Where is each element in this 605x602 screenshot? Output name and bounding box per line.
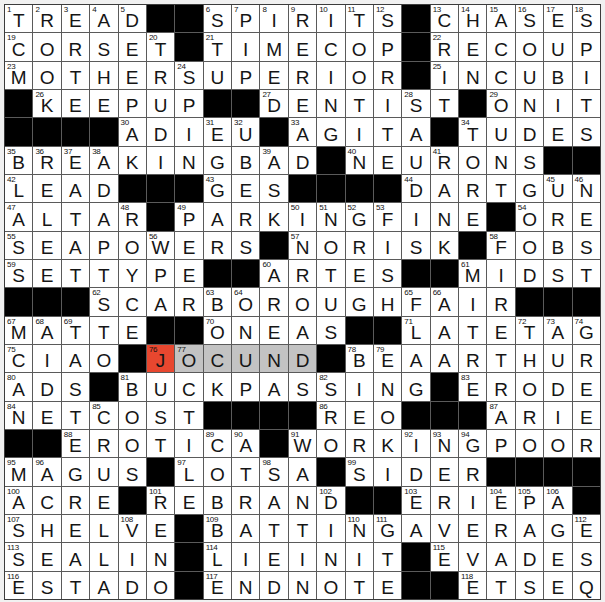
cell-r16c3[interactable]: 88E [62, 430, 89, 457]
cell-r8c7[interactable]: 49P [175, 203, 202, 230]
cell-r20c10[interactable]: E [260, 543, 287, 570]
cell-r2c17[interactable]: E [459, 33, 486, 60]
cell-r5c12[interactable]: G [317, 118, 344, 145]
cell-r14c8[interactable]: K [204, 373, 231, 400]
cell-r19c13[interactable]: 110N [346, 515, 373, 542]
cell-r6c11[interactable]: D [289, 147, 316, 174]
cell-r4c4[interactable]: E [90, 90, 117, 117]
cell-r7c20[interactable]: 45U [544, 175, 571, 202]
cell-r10c10[interactable]: 60A [260, 260, 287, 287]
cell-r6c10[interactable]: 39A [260, 147, 287, 174]
cell-r10c20[interactable]: S [544, 260, 571, 287]
cell-r11c11[interactable]: O [289, 288, 316, 315]
cell-r21c9[interactable]: N [232, 572, 259, 599]
cell-r20c17[interactable]: V [459, 543, 486, 570]
cell-r6c5[interactable]: K [119, 147, 146, 174]
cell-r17c4[interactable]: U [90, 458, 117, 485]
cell-r20c21[interactable]: S [573, 543, 600, 570]
cell-r19c17[interactable]: E [459, 515, 486, 542]
cell-r4c5[interactable]: P [119, 90, 146, 117]
cell-r11c8[interactable]: 63B [204, 288, 231, 315]
cell-r19c9[interactable]: A [232, 515, 259, 542]
cell-r7c3[interactable]: A [62, 175, 89, 202]
cell-r19c6[interactable]: E [147, 515, 174, 542]
cell-r13c16[interactable]: A [431, 345, 458, 372]
cell-r8c14[interactable]: 53F [374, 203, 401, 230]
cell-r13c2[interactable]: I [33, 345, 60, 372]
cell-r20c14[interactable]: T [374, 543, 401, 570]
cell-r2c16[interactable]: 22R [431, 33, 458, 60]
cell-r20c18[interactable]: A [487, 543, 514, 570]
cell-r7c17[interactable]: R [459, 175, 486, 202]
cell-r19c19[interactable]: A [516, 515, 543, 542]
cell-r11c15[interactable]: 65F [402, 288, 429, 315]
cell-r3c16[interactable]: 25I [431, 62, 458, 89]
cell-r1c19[interactable]: 16S [516, 5, 543, 32]
cell-r12c10[interactable]: E [260, 317, 287, 344]
cell-r8c5[interactable]: 48R [119, 203, 146, 230]
cell-r9c12[interactable]: O [317, 232, 344, 259]
cell-r3c5[interactable]: E [119, 62, 146, 89]
cell-r8c15[interactable]: I [402, 203, 429, 230]
cell-r14c20[interactable]: D [544, 373, 571, 400]
cell-r1c2[interactable]: 2R [33, 5, 60, 32]
cell-r17c17[interactable]: R [459, 458, 486, 485]
cell-r4c10[interactable]: 27D [260, 90, 287, 117]
cell-r20c11[interactable]: I [289, 543, 316, 570]
cell-r7c18[interactable]: T [487, 175, 514, 202]
cell-r18c2[interactable]: C [33, 487, 60, 514]
cell-r3c14[interactable]: R [374, 62, 401, 89]
cell-r10c12[interactable]: T [317, 260, 344, 287]
cell-r1c17[interactable]: 14H [459, 5, 486, 32]
cell-r19c18[interactable]: R [487, 515, 514, 542]
cell-r15c19[interactable]: R [516, 402, 543, 429]
cell-r8c3[interactable]: T [62, 203, 89, 230]
cell-r18c4[interactable]: E [90, 487, 117, 514]
cell-r20c20[interactable]: E [544, 543, 571, 570]
cell-r16c14[interactable]: K [374, 430, 401, 457]
cell-r11c17[interactable]: I [459, 288, 486, 315]
cell-r6c14[interactable]: E [374, 147, 401, 174]
cell-r11c6[interactable]: A [147, 288, 174, 315]
cell-r15c2[interactable]: E [33, 402, 60, 429]
cell-r6c6[interactable]: I [147, 147, 174, 174]
cell-r12c12[interactable]: S [317, 317, 344, 344]
cell-r19c12[interactable]: I [317, 515, 344, 542]
cell-r13c14[interactable]: 79E [374, 345, 401, 372]
cell-r1c5[interactable]: 5D [119, 5, 146, 32]
cell-r13c9[interactable]: U [232, 345, 259, 372]
cell-r5c20[interactable]: E [544, 118, 571, 145]
cell-r10c5[interactable]: Y [119, 260, 146, 287]
cell-r1c11[interactable]: 9R [289, 5, 316, 32]
cell-r11c12[interactable]: U [317, 288, 344, 315]
cell-r11c18[interactable]: R [487, 288, 514, 315]
cell-r15c21[interactable]: E [573, 402, 600, 429]
cell-r9c18[interactable]: 58F [487, 232, 514, 259]
cell-r20c5[interactable]: I [119, 543, 146, 570]
cell-r10c2[interactable]: E [33, 260, 60, 287]
cell-r2c4[interactable]: S [90, 33, 117, 60]
cell-r17c11[interactable]: A [289, 458, 316, 485]
cell-r1c16[interactable]: 13C [431, 5, 458, 32]
cell-r15c6[interactable]: S [147, 402, 174, 429]
cell-r5c17[interactable]: 34T [459, 118, 486, 145]
cell-r14c6[interactable]: U [147, 373, 174, 400]
cell-r17c5[interactable]: S [119, 458, 146, 485]
cell-r14c9[interactable]: P [232, 373, 259, 400]
cell-r18c19[interactable]: 105P [516, 487, 543, 514]
cell-r20c1[interactable]: 113S [5, 543, 32, 570]
cell-r21c1[interactable]: 116E [5, 572, 32, 599]
cell-r13c6[interactable]: 76J [147, 345, 174, 372]
cell-r18c7[interactable]: E [175, 487, 202, 514]
cell-r8c11[interactable]: 50I [289, 203, 316, 230]
cell-r7c15[interactable]: 44D [402, 175, 429, 202]
cell-r21c10[interactable]: D [260, 572, 287, 599]
cell-r12c11[interactable]: A [289, 317, 316, 344]
cell-r15c7[interactable]: T [175, 402, 202, 429]
cell-r15c1[interactable]: 84N [5, 402, 32, 429]
cell-r1c13[interactable]: 11T [346, 5, 373, 32]
cell-r11c14[interactable]: H [374, 288, 401, 315]
cell-r20c2[interactable]: E [33, 543, 60, 570]
cell-r14c7[interactable]: C [175, 373, 202, 400]
cell-r2c3[interactable]: R [62, 33, 89, 60]
cell-r21c3[interactable]: T [62, 572, 89, 599]
cell-r18c8[interactable]: B [204, 487, 231, 514]
cell-r8c21[interactable]: E [573, 203, 600, 230]
cell-r19c8[interactable]: 109B [204, 515, 231, 542]
cell-r13c10[interactable]: N [260, 345, 287, 372]
cell-r15c14[interactable]: O [374, 402, 401, 429]
cell-r13c20[interactable]: U [544, 345, 571, 372]
cell-r4c11[interactable]: E [289, 90, 316, 117]
cell-r7c8[interactable]: 43G [204, 175, 231, 202]
cell-r2c8[interactable]: 21T [204, 33, 231, 60]
cell-r6c3[interactable]: 37E [62, 147, 89, 174]
cell-r5c18[interactable]: U [487, 118, 514, 145]
cell-r14c18[interactable]: R [487, 373, 514, 400]
cell-r3c18[interactable]: C [487, 62, 514, 89]
cell-r15c13[interactable]: E [346, 402, 373, 429]
cell-r7c21[interactable]: 46N [573, 175, 600, 202]
cell-r17c7[interactable]: 97L [175, 458, 202, 485]
cell-r2c6[interactable]: 20T [147, 33, 174, 60]
cell-r11c5[interactable]: C [119, 288, 146, 315]
cell-r8c4[interactable]: A [90, 203, 117, 230]
cell-r8c20[interactable]: R [544, 203, 571, 230]
cell-r9c7[interactable]: E [175, 232, 202, 259]
cell-r16c5[interactable]: O [119, 430, 146, 457]
cell-r9c4[interactable]: P [90, 232, 117, 259]
cell-r14c17[interactable]: 83E [459, 373, 486, 400]
cell-r4c15[interactable]: 28S [402, 90, 429, 117]
cell-r6c16[interactable]: 41R [431, 147, 458, 174]
cell-r4c14[interactable]: I [374, 90, 401, 117]
cell-r1c9[interactable]: 7P [232, 5, 259, 32]
cell-r2c5[interactable]: E [119, 33, 146, 60]
cell-r17c10[interactable]: 98S [260, 458, 287, 485]
cell-r12c2[interactable]: 68A [33, 317, 60, 344]
cell-r7c2[interactable]: E [33, 175, 60, 202]
cell-r8c10[interactable]: K [260, 203, 287, 230]
cell-r4c18[interactable]: 29O [487, 90, 514, 117]
cell-r1c8[interactable]: 6S [204, 5, 231, 32]
cell-r16c7[interactable]: I [175, 430, 202, 457]
cell-r4c20[interactable]: I [544, 90, 571, 117]
cell-r17c16[interactable]: E [431, 458, 458, 485]
cell-r20c13[interactable]: I [346, 543, 373, 570]
cell-r16c11[interactable]: 91W [289, 430, 316, 457]
cell-r16c8[interactable]: 89C [204, 430, 231, 457]
cell-r14c12[interactable]: 82S [317, 373, 344, 400]
cell-r14c10[interactable]: A [260, 373, 287, 400]
cell-r21c11[interactable]: N [289, 572, 316, 599]
cell-r4c12[interactable]: N [317, 90, 344, 117]
cell-r11c7[interactable]: R [175, 288, 202, 315]
cell-r6c17[interactable]: O [459, 147, 486, 174]
cell-r6c4[interactable]: 38A [90, 147, 117, 174]
cell-r3c2[interactable]: O [33, 62, 60, 89]
cell-r14c5[interactable]: 81B [119, 373, 146, 400]
cell-r13c11[interactable]: D [289, 345, 316, 372]
cell-r3c13[interactable]: O [346, 62, 373, 89]
cell-r12c18[interactable]: E [487, 317, 514, 344]
cell-r4c19[interactable]: N [516, 90, 543, 117]
cell-r6c15[interactable]: U [402, 147, 429, 174]
cell-r15c4[interactable]: 85C [90, 402, 117, 429]
cell-r13c17[interactable]: R [459, 345, 486, 372]
cell-r10c7[interactable]: E [175, 260, 202, 287]
cell-r9c9[interactable]: S [232, 232, 259, 259]
cell-r9c11[interactable]: 57N [289, 232, 316, 259]
cell-r17c1[interactable]: 95M [5, 458, 32, 485]
cell-r15c5[interactable]: O [119, 402, 146, 429]
cell-r19c3[interactable]: E [62, 515, 89, 542]
cell-r13c8[interactable]: C [204, 345, 231, 372]
cell-r19c21[interactable]: 112E [573, 515, 600, 542]
cell-r4c3[interactable]: E [62, 90, 89, 117]
cell-r19c14[interactable]: 111G [374, 515, 401, 542]
cell-r9c8[interactable]: R [204, 232, 231, 259]
cell-r2c9[interactable]: I [232, 33, 259, 60]
cell-r17c8[interactable]: O [204, 458, 231, 485]
cell-r13c18[interactable]: T [487, 345, 514, 372]
cell-r4c7[interactable]: P [175, 90, 202, 117]
cell-r3c21[interactable]: I [573, 62, 600, 89]
cell-r14c14[interactable]: N [374, 373, 401, 400]
cell-r1c12[interactable]: 10I [317, 5, 344, 32]
cell-r21c21[interactable]: Q [573, 572, 600, 599]
cell-r12c20[interactable]: 73A [544, 317, 571, 344]
cell-r6c9[interactable]: B [232, 147, 259, 174]
cell-r10c14[interactable]: S [374, 260, 401, 287]
cell-r8c1[interactable]: 47A [5, 203, 32, 230]
cell-r4c2[interactable]: 26K [33, 90, 60, 117]
cell-r14c21[interactable]: E [573, 373, 600, 400]
cell-r3c8[interactable]: U [204, 62, 231, 89]
cell-r2c19[interactable]: O [516, 33, 543, 60]
cell-r16c4[interactable]: R [90, 430, 117, 457]
cell-r19c10[interactable]: T [260, 515, 287, 542]
cell-r5c11[interactable]: 33A [289, 118, 316, 145]
cell-r20c8[interactable]: 114L [204, 543, 231, 570]
cell-r5c9[interactable]: 32U [232, 118, 259, 145]
cell-r16c18[interactable]: P [487, 430, 514, 457]
cell-r9c5[interactable]: O [119, 232, 146, 259]
cell-r14c15[interactable]: G [402, 373, 429, 400]
cell-r18c3[interactable]: R [62, 487, 89, 514]
cell-r16c20[interactable]: O [544, 430, 571, 457]
cell-r20c16[interactable]: 115E [431, 543, 458, 570]
cell-r3c9[interactable]: P [232, 62, 259, 89]
cell-r17c13[interactable]: 99S [346, 458, 373, 485]
cell-r16c12[interactable]: O [317, 430, 344, 457]
cell-r12c4[interactable]: T [90, 317, 117, 344]
cell-r12c8[interactable]: 70O [204, 317, 231, 344]
cell-r16c9[interactable]: 90A [232, 430, 259, 457]
cell-r4c13[interactable]: T [346, 90, 373, 117]
cell-r21c19[interactable]: S [516, 572, 543, 599]
cell-r5c7[interactable]: I [175, 118, 202, 145]
cell-r8c17[interactable]: E [459, 203, 486, 230]
cell-r16c16[interactable]: 93N [431, 430, 458, 457]
cell-r9c14[interactable]: I [374, 232, 401, 259]
cell-r21c5[interactable]: D [119, 572, 146, 599]
cell-r2c2[interactable]: O [33, 33, 60, 60]
cell-r2c18[interactable]: C [487, 33, 514, 60]
cell-r10c6[interactable]: P [147, 260, 174, 287]
cell-r6c2[interactable]: 36R [33, 147, 60, 174]
cell-r18c15[interactable]: 103E [402, 487, 429, 514]
cell-r7c4[interactable]: D [90, 175, 117, 202]
cell-r8c16[interactable]: N [431, 203, 458, 230]
cell-r20c6[interactable]: N [147, 543, 174, 570]
cell-r21c13[interactable]: T [346, 572, 373, 599]
cell-r14c19[interactable]: O [516, 373, 543, 400]
cell-r13c7[interactable]: 77O [175, 345, 202, 372]
cell-r14c1[interactable]: 80A [5, 373, 32, 400]
cell-r13c15[interactable]: A [402, 345, 429, 372]
cell-r19c4[interactable]: L [90, 515, 117, 542]
cell-r11c9[interactable]: 64O [232, 288, 259, 315]
cell-r17c3[interactable]: G [62, 458, 89, 485]
cell-r1c4[interactable]: 4A [90, 5, 117, 32]
cell-r8c8[interactable]: A [204, 203, 231, 230]
cell-r19c1[interactable]: 107S [5, 515, 32, 542]
cell-r21c12[interactable]: O [317, 572, 344, 599]
cell-r1c1[interactable]: 1T [5, 5, 32, 32]
cell-r15c3[interactable]: T [62, 402, 89, 429]
cell-r14c11[interactable]: S [289, 373, 316, 400]
cell-r20c4[interactable]: L [90, 543, 117, 570]
cell-r8c13[interactable]: 52G [346, 203, 373, 230]
cell-r3c4[interactable]: H [90, 62, 117, 89]
cell-r11c13[interactable]: G [346, 288, 373, 315]
cell-r3c1[interactable]: 23M [5, 62, 32, 89]
cell-r3c10[interactable]: E [260, 62, 287, 89]
cell-r17c15[interactable]: D [402, 458, 429, 485]
cell-r4c6[interactable]: U [147, 90, 174, 117]
cell-r21c17[interactable]: 118E [459, 572, 486, 599]
cell-r18c6[interactable]: 101R [147, 487, 174, 514]
cell-r1c10[interactable]: 8I [260, 5, 287, 32]
cell-r10c1[interactable]: 59S [5, 260, 32, 287]
cell-r3c7[interactable]: 24S [175, 62, 202, 89]
cell-r21c18[interactable]: T [487, 572, 514, 599]
cell-r14c2[interactable]: D [33, 373, 60, 400]
cell-r9c21[interactable]: S [573, 232, 600, 259]
cell-r11c4[interactable]: 62S [90, 288, 117, 315]
cell-r16c6[interactable]: T [147, 430, 174, 457]
cell-r7c19[interactable]: G [516, 175, 543, 202]
cell-r9c1[interactable]: 55S [5, 232, 32, 259]
cell-r16c15[interactable]: 92I [402, 430, 429, 457]
cell-r18c16[interactable]: R [431, 487, 458, 514]
cell-r20c9[interactable]: I [232, 543, 259, 570]
cell-r9c20[interactable]: B [544, 232, 571, 259]
cell-r18c20[interactable]: 106A [544, 487, 571, 514]
cell-r2c12[interactable]: C [317, 33, 344, 60]
cell-r5c19[interactable]: D [516, 118, 543, 145]
cell-r10c11[interactable]: R [289, 260, 316, 287]
cell-r12c16[interactable]: A [431, 317, 458, 344]
cell-r16c21[interactable]: R [573, 430, 600, 457]
cell-r8c2[interactable]: L [33, 203, 60, 230]
cell-r17c9[interactable]: T [232, 458, 259, 485]
cell-r21c6[interactable]: O [147, 572, 174, 599]
cell-r3c11[interactable]: R [289, 62, 316, 89]
cell-r8c9[interactable]: R [232, 203, 259, 230]
cell-r17c2[interactable]: 96A [33, 458, 60, 485]
cell-r5c14[interactable]: T [374, 118, 401, 145]
cell-r16c17[interactable]: 94G [459, 430, 486, 457]
cell-r7c9[interactable]: E [232, 175, 259, 202]
cell-r10c3[interactable]: T [62, 260, 89, 287]
cell-r9c3[interactable]: A [62, 232, 89, 259]
cell-r2c1[interactable]: 19C [5, 33, 32, 60]
cell-r12c19[interactable]: 72T [516, 317, 543, 344]
cell-r10c19[interactable]: D [516, 260, 543, 287]
cell-r1c3[interactable]: 3E [62, 5, 89, 32]
cell-r15c18[interactable]: 87A [487, 402, 514, 429]
cell-r5c8[interactable]: 31E [204, 118, 231, 145]
cell-r5c6[interactable]: D [147, 118, 174, 145]
cell-r12c3[interactable]: 69T [62, 317, 89, 344]
cell-r4c16[interactable]: T [431, 90, 458, 117]
cell-r13c13[interactable]: 78B [346, 345, 373, 372]
cell-r3c3[interactable]: T [62, 62, 89, 89]
cell-r11c10[interactable]: R [260, 288, 287, 315]
cell-r2c20[interactable]: U [544, 33, 571, 60]
cell-r1c21[interactable]: 18S [573, 5, 600, 32]
cell-r5c21[interactable]: S [573, 118, 600, 145]
cell-r19c20[interactable]: G [544, 515, 571, 542]
cell-r13c4[interactable]: O [90, 345, 117, 372]
cell-r5c15[interactable]: A [402, 118, 429, 145]
cell-r16c13[interactable]: R [346, 430, 373, 457]
cell-r5c13[interactable]: I [346, 118, 373, 145]
cell-r2c11[interactable]: E [289, 33, 316, 60]
cell-r10c18[interactable]: I [487, 260, 514, 287]
cell-r7c10[interactable]: S [260, 175, 287, 202]
cell-r8c19[interactable]: 54O [516, 203, 543, 230]
cell-r7c16[interactable]: A [431, 175, 458, 202]
cell-r14c13[interactable]: I [346, 373, 373, 400]
cell-r10c4[interactable]: T [90, 260, 117, 287]
